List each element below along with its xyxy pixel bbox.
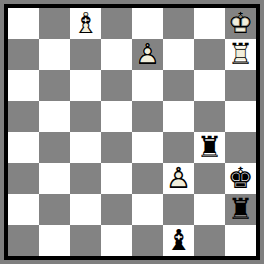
square-d3[interactable] [101,163,132,194]
square-a3[interactable] [8,163,39,194]
square-a1[interactable] [8,225,39,256]
square-f3[interactable]: ♟♙ [163,163,194,194]
square-b1[interactable] [39,225,70,256]
square-c3[interactable] [70,163,101,194]
square-b5[interactable] [39,101,70,132]
square-d8[interactable] [101,8,132,39]
chess-board: ♝♗♚♔♟♙♜♖♜♟♙♚♜♝ [8,8,256,256]
square-h5[interactable] [225,101,256,132]
square-e2[interactable] [132,194,163,225]
square-b4[interactable] [39,132,70,163]
square-e1[interactable] [132,225,163,256]
white-bishop: ♗ [70,8,101,39]
square-a2[interactable] [8,194,39,225]
square-c1[interactable] [70,225,101,256]
square-g2[interactable] [194,194,225,225]
square-g8[interactable] [194,8,225,39]
square-h6[interactable] [225,70,256,101]
white-pawn-fill: ♟ [132,39,163,70]
square-c5[interactable] [70,101,101,132]
square-d6[interactable] [101,70,132,101]
white-pawn-fill: ♟ [163,163,194,194]
square-e8[interactable] [132,8,163,39]
chess-diagram: ♝♗♚♔♟♙♜♖♜♟♙♚♜♝ [0,0,264,264]
white-rook: ♖ [225,39,256,70]
square-f2[interactable] [163,194,194,225]
square-e5[interactable] [132,101,163,132]
square-g1[interactable] [194,225,225,256]
square-b6[interactable] [39,70,70,101]
square-a5[interactable] [8,101,39,132]
square-a6[interactable] [8,70,39,101]
square-b8[interactable] [39,8,70,39]
square-c6[interactable] [70,70,101,101]
square-g3[interactable] [194,163,225,194]
square-a8[interactable] [8,8,39,39]
square-a4[interactable] [8,132,39,163]
square-e7[interactable]: ♟♙ [132,39,163,70]
square-f5[interactable] [163,101,194,132]
black-rook: ♜ [225,194,256,225]
square-g7[interactable] [194,39,225,70]
black-rook: ♜ [194,132,225,163]
square-h8[interactable]: ♚♔ [225,8,256,39]
white-pawn: ♙ [163,163,194,194]
square-g6[interactable] [194,70,225,101]
square-a7[interactable] [8,39,39,70]
white-rook-fill: ♜ [225,39,256,70]
square-d7[interactable] [101,39,132,70]
square-c8[interactable]: ♝♗ [70,8,101,39]
white-bishop-fill: ♝ [70,8,101,39]
square-e4[interactable] [132,132,163,163]
square-h1[interactable] [225,225,256,256]
white-king: ♔ [225,8,256,39]
white-pawn: ♙ [132,39,163,70]
square-b3[interactable] [39,163,70,194]
black-king: ♚ [225,163,256,194]
black-bishop: ♝ [163,225,194,256]
square-g4[interactable]: ♜ [194,132,225,163]
square-h7[interactable]: ♜♖ [225,39,256,70]
square-e3[interactable] [132,163,163,194]
square-f1[interactable]: ♝ [163,225,194,256]
square-b7[interactable] [39,39,70,70]
square-f7[interactable] [163,39,194,70]
square-d1[interactable] [101,225,132,256]
square-c2[interactable] [70,194,101,225]
square-d5[interactable] [101,101,132,132]
square-e6[interactable] [132,70,163,101]
square-g5[interactable] [194,101,225,132]
square-d2[interactable] [101,194,132,225]
square-f4[interactable] [163,132,194,163]
square-c4[interactable] [70,132,101,163]
white-king-fill: ♚ [225,8,256,39]
square-h3[interactable]: ♚ [225,163,256,194]
square-h2[interactable]: ♜ [225,194,256,225]
square-b2[interactable] [39,194,70,225]
square-d4[interactable] [101,132,132,163]
square-f8[interactable] [163,8,194,39]
square-f6[interactable] [163,70,194,101]
square-c7[interactable] [70,39,101,70]
square-h4[interactable] [225,132,256,163]
